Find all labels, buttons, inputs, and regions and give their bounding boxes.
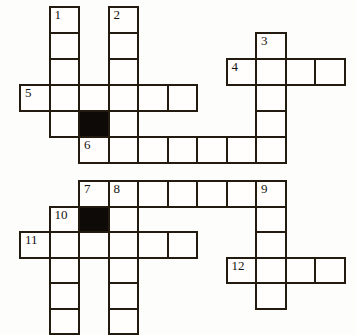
cell-r3c0[interactable]: 5 bbox=[19, 84, 51, 112]
cell-r12c1[interactable] bbox=[49, 308, 81, 335]
cell-r8c3[interactable] bbox=[108, 206, 140, 234]
cell-r9c4[interactable] bbox=[137, 231, 169, 259]
cell-r5c7[interactable] bbox=[226, 136, 258, 164]
cell-r12c3[interactable] bbox=[108, 308, 140, 335]
cell-r7c8[interactable]: 9 bbox=[255, 180, 287, 208]
cell-r5c5[interactable] bbox=[167, 136, 199, 164]
cell-r5c2[interactable]: 6 bbox=[78, 136, 110, 164]
cell-r11c3[interactable] bbox=[108, 282, 140, 310]
cell-r10c10[interactable] bbox=[314, 257, 346, 285]
clue-number-4: 4 bbox=[232, 59, 239, 74]
cell-r10c8[interactable] bbox=[255, 257, 287, 285]
clue-number-7: 7 bbox=[84, 181, 91, 196]
clue-number-9: 9 bbox=[261, 181, 268, 196]
clue-number-2: 2 bbox=[114, 7, 121, 22]
cell-r9c5[interactable] bbox=[167, 231, 199, 259]
clue-number-1: 1 bbox=[55, 7, 62, 22]
crossword-board: 123456789101112 bbox=[20, 7, 345, 334]
cell-r10c7[interactable]: 12 bbox=[226, 257, 258, 285]
clue-number-10: 10 bbox=[55, 207, 68, 222]
cell-r2c8[interactable] bbox=[255, 58, 287, 86]
cell-r0c1[interactable]: 1 bbox=[49, 6, 81, 34]
cell-r5c8[interactable] bbox=[255, 136, 287, 164]
cell-r3c2[interactable] bbox=[78, 84, 110, 112]
cell-r3c1[interactable] bbox=[49, 84, 81, 112]
cell-r9c1[interactable] bbox=[49, 231, 81, 259]
cell-r7c5[interactable] bbox=[167, 180, 199, 208]
cell-r8c1[interactable]: 10 bbox=[49, 206, 81, 234]
cell-r8c8[interactable] bbox=[255, 206, 287, 234]
cell-r1c8[interactable]: 3 bbox=[255, 32, 287, 60]
clue-number-11: 11 bbox=[25, 232, 38, 247]
cell-r1c3[interactable] bbox=[108, 32, 140, 60]
cell-r3c4[interactable] bbox=[137, 84, 169, 112]
cell-r5c4[interactable] bbox=[137, 136, 169, 164]
cell-r7c7[interactable] bbox=[226, 180, 258, 208]
cell-r1c1[interactable] bbox=[49, 32, 81, 60]
cell-r2c10[interactable] bbox=[314, 58, 346, 86]
cell-r5c3[interactable] bbox=[108, 136, 140, 164]
page-background: 123456789101112 bbox=[0, 0, 356, 335]
clue-number-3: 3 bbox=[261, 33, 268, 48]
black-cell-r4c2 bbox=[78, 110, 110, 138]
cell-r10c9[interactable] bbox=[285, 257, 317, 285]
cell-r10c1[interactable] bbox=[49, 257, 81, 285]
cell-r2c3[interactable] bbox=[108, 58, 140, 86]
clue-number-6: 6 bbox=[84, 137, 91, 152]
clue-number-8: 8 bbox=[114, 181, 121, 196]
cell-r3c3[interactable] bbox=[108, 84, 140, 112]
cell-r10c3[interactable] bbox=[108, 257, 140, 285]
cell-r11c8[interactable] bbox=[255, 282, 287, 310]
cell-r7c4[interactable] bbox=[137, 180, 169, 208]
cell-r7c6[interactable] bbox=[196, 180, 228, 208]
cell-r5c6[interactable] bbox=[196, 136, 228, 164]
cell-r11c1[interactable] bbox=[49, 282, 81, 310]
black-cell-r8c2 bbox=[78, 206, 110, 234]
cell-r7c2[interactable]: 7 bbox=[78, 180, 110, 208]
cell-r9c8[interactable] bbox=[255, 231, 287, 259]
cell-r0c3[interactable]: 2 bbox=[108, 6, 140, 34]
cell-r3c5[interactable] bbox=[167, 84, 199, 112]
cell-r4c1[interactable] bbox=[49, 110, 81, 138]
clue-number-12: 12 bbox=[232, 258, 245, 273]
cell-r3c8[interactable] bbox=[255, 84, 287, 112]
cell-r9c3[interactable] bbox=[108, 231, 140, 259]
cell-r9c2[interactable] bbox=[78, 231, 110, 259]
cell-r4c3[interactable] bbox=[108, 110, 140, 138]
cell-r9c0[interactable]: 11 bbox=[19, 231, 51, 259]
cell-r4c8[interactable] bbox=[255, 110, 287, 138]
clue-number-5: 5 bbox=[25, 85, 32, 100]
cell-r7c3[interactable]: 8 bbox=[108, 180, 140, 208]
cell-r2c1[interactable] bbox=[49, 58, 81, 86]
cell-r2c9[interactable] bbox=[285, 58, 317, 86]
cell-r2c7[interactable]: 4 bbox=[226, 58, 258, 86]
